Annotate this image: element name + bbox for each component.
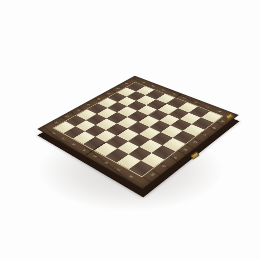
piece-black-rook: ♜ [110,135,170,171]
product-photo: ABCDEFGH ABCDEFGH 87654321 87654321 ♜♞♝♛… [0,0,260,260]
piece-white-pawn: ♟ [47,107,100,135]
